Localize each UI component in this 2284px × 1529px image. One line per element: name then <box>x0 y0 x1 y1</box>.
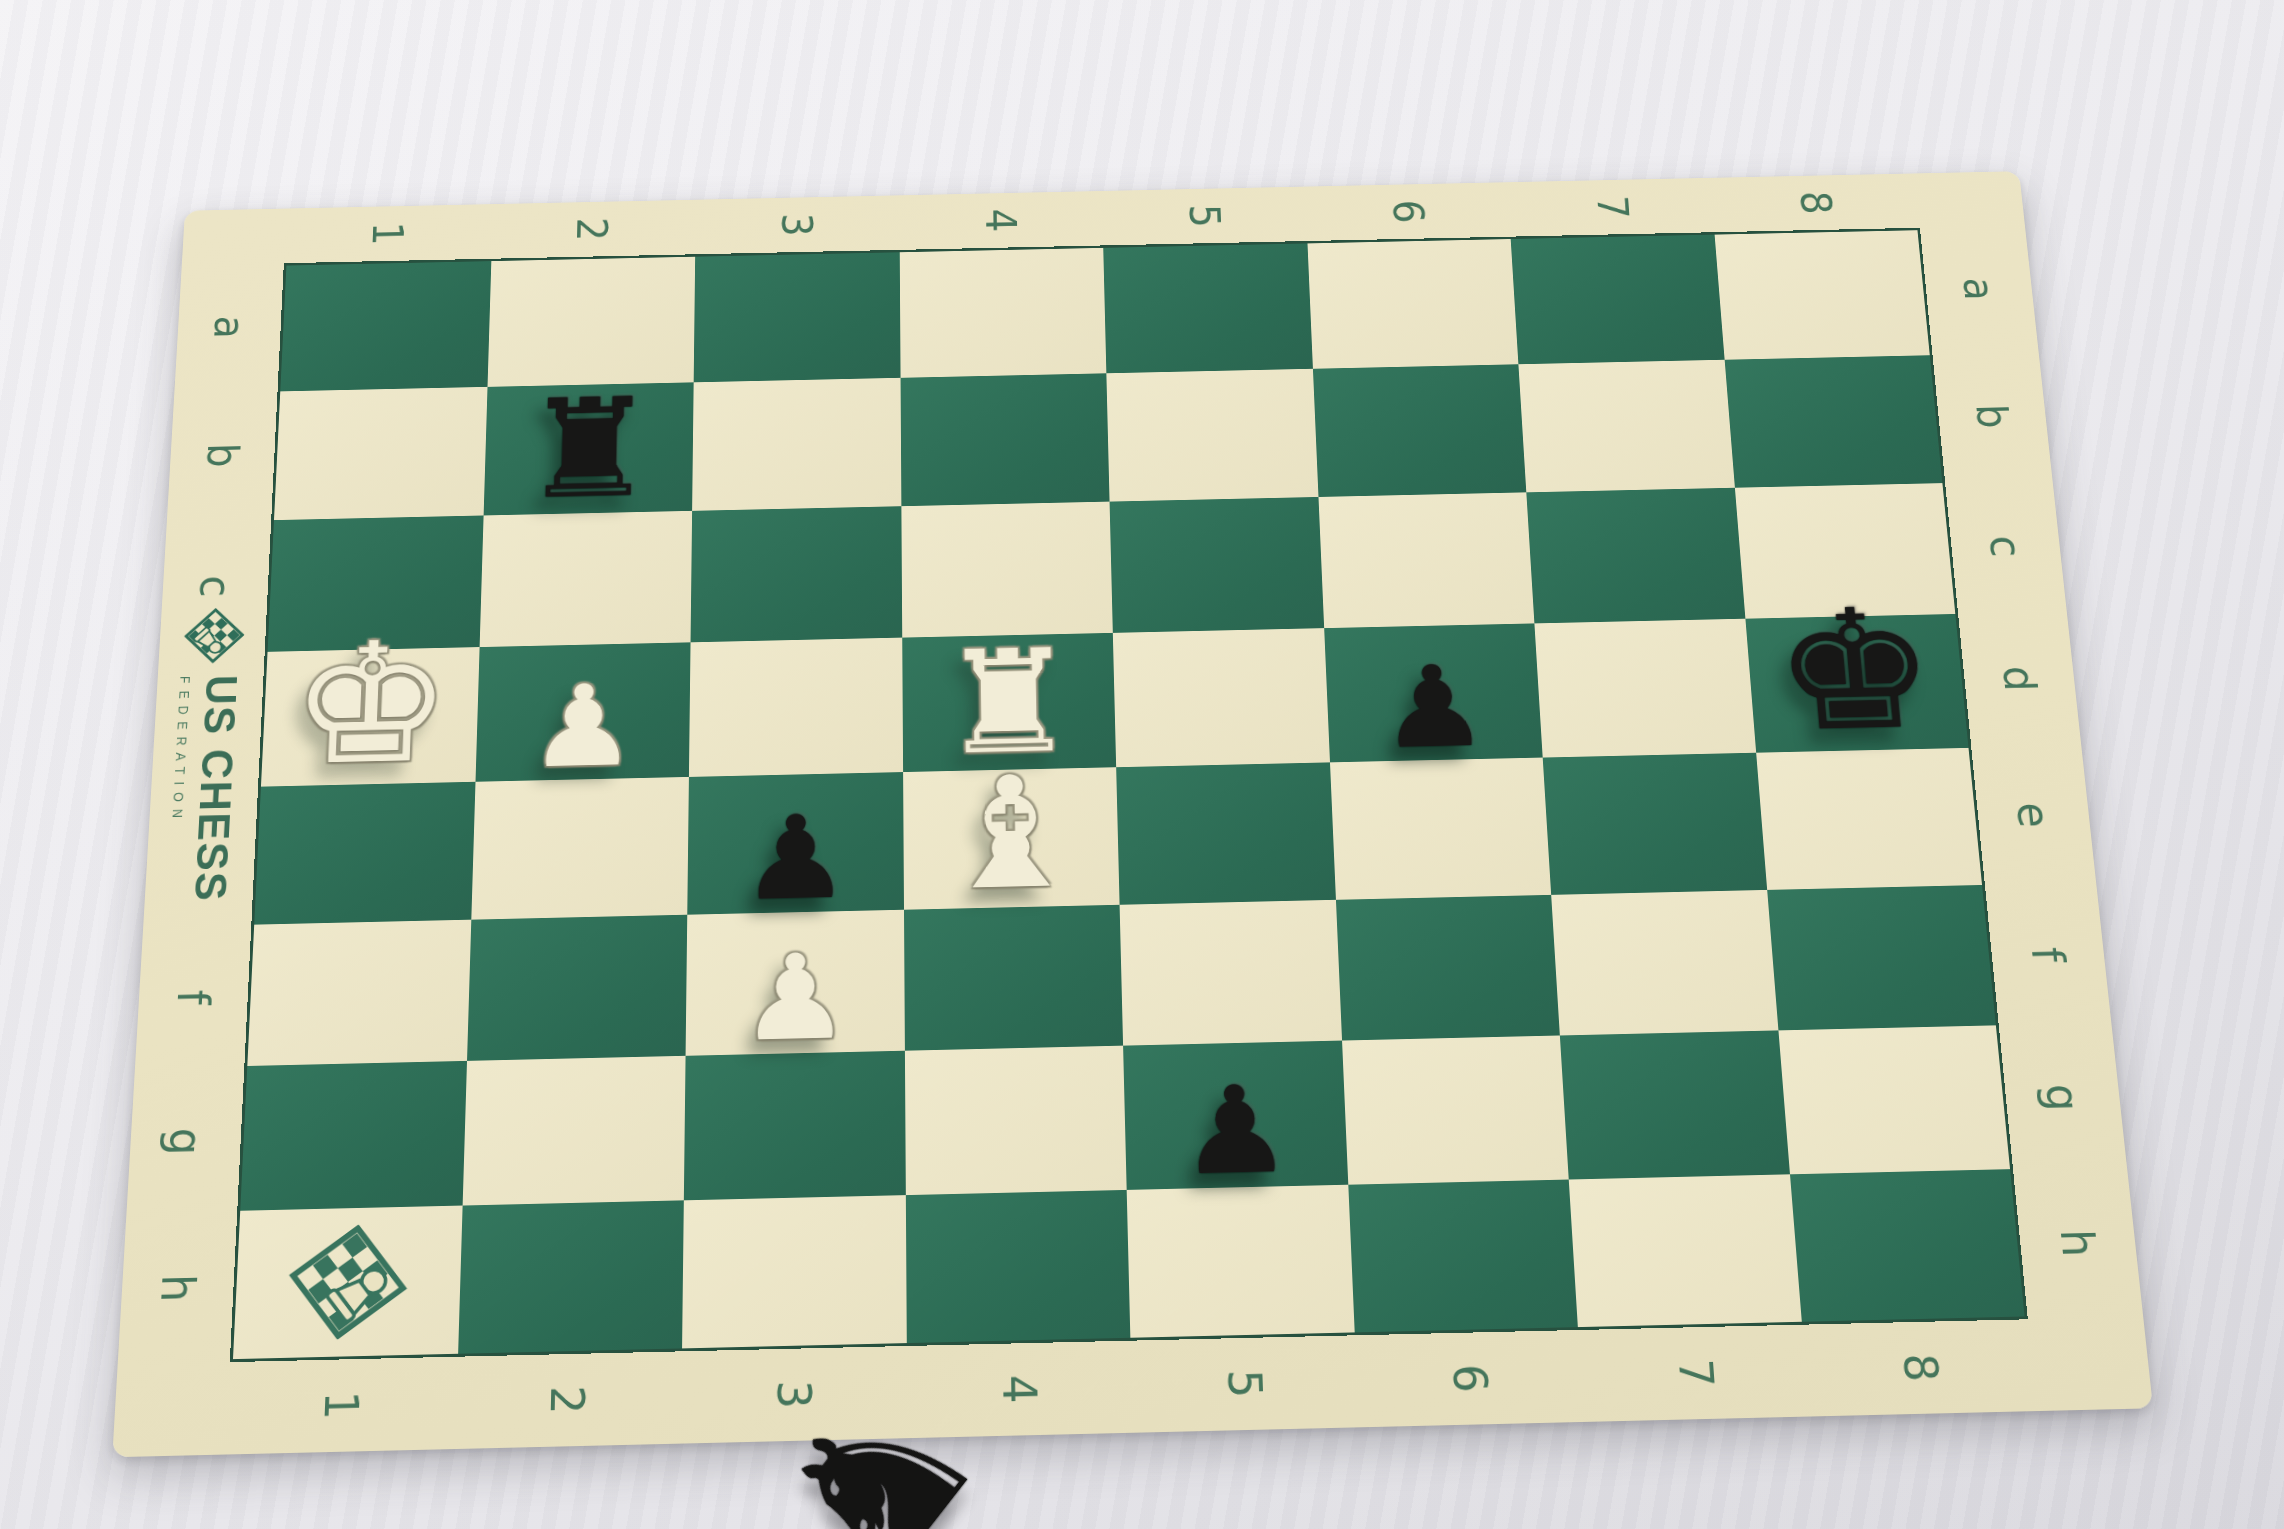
us-chess-diamond-slot <box>183 607 246 664</box>
square-b6[interactable] <box>1312 364 1526 497</box>
photo-scene: 12345678 12345678 abcfgh abcdefgh US CHE… <box>0 0 2284 1529</box>
square-a8[interactable] <box>1714 230 1930 360</box>
playing-area: ♜♚♟♜♟♚♟♝♟♟ <box>230 228 2028 1362</box>
square-e7[interactable] <box>1543 753 1767 895</box>
square-f2[interactable] <box>467 915 688 1061</box>
square-c7[interactable] <box>1526 488 1745 624</box>
square-b4[interactable] <box>900 373 1109 506</box>
us-chess-wordmark-block: US CHESS FEDERATION <box>164 675 248 904</box>
square-d3[interactable] <box>689 638 903 777</box>
square-c6[interactable] <box>1318 492 1534 628</box>
square-g2[interactable] <box>462 1056 685 1206</box>
square-e6[interactable] <box>1330 758 1552 900</box>
square-b7[interactable] <box>1518 360 1734 493</box>
square-g1[interactable] <box>240 1061 466 1211</box>
square-c4[interactable] <box>901 502 1113 638</box>
square-h4[interactable] <box>905 1190 1130 1343</box>
square-b8[interactable] <box>1724 355 1942 487</box>
square-b5[interactable] <box>1106 369 1318 502</box>
square-h3[interactable] <box>682 1195 906 1348</box>
square-g6[interactable] <box>1342 1035 1569 1184</box>
square-g8[interactable] <box>1778 1025 2010 1174</box>
board: ♜♚♟♜♟♚♟♝♟♟ <box>233 230 2025 1359</box>
white-bishop-e4[interactable]: ♝ <box>936 756 1086 913</box>
square-f7[interactable] <box>1551 890 1778 1036</box>
square-g5[interactable]: ♟ <box>1123 1041 1348 1190</box>
square-e8[interactable] <box>1756 748 1982 890</box>
square-a6[interactable] <box>1307 239 1518 369</box>
square-b3[interactable] <box>692 378 901 511</box>
black-king-d8[interactable]: ♚ <box>1768 587 1943 756</box>
us-chess-diamond-icon <box>183 607 246 664</box>
us-chess-diamond-corner-logo <box>252 1215 445 1349</box>
white-king-d1[interactable]: ♚ <box>287 620 455 790</box>
square-b2[interactable]: ♜ <box>483 382 694 515</box>
square-f6[interactable] <box>1335 895 1559 1041</box>
square-e2[interactable] <box>471 777 689 920</box>
square-a3[interactable] <box>694 252 900 382</box>
square-a5[interactable] <box>1103 243 1312 373</box>
square-h1[interactable] <box>233 1206 462 1360</box>
square-a1[interactable] <box>280 261 491 391</box>
square-f8[interactable] <box>1767 885 1996 1030</box>
square-h2[interactable] <box>458 1200 684 1353</box>
square-d5[interactable] <box>1113 628 1330 767</box>
square-d2[interactable]: ♟ <box>475 642 691 781</box>
square-g7[interactable] <box>1560 1030 1790 1179</box>
black-pawn-g5[interactable]: ♟ <box>1177 1070 1294 1193</box>
black-pawn-e3[interactable]: ♟ <box>740 800 851 917</box>
square-a2[interactable] <box>487 257 695 387</box>
square-g3[interactable] <box>684 1051 906 1201</box>
white-pawn-f3[interactable]: ♟ <box>739 938 851 1058</box>
square-d7[interactable] <box>1534 619 1755 758</box>
square-e4[interactable]: ♝ <box>903 767 1120 910</box>
square-a7[interactable] <box>1511 235 1725 365</box>
square-d6[interactable]: ♟ <box>1324 623 1543 762</box>
square-h5[interactable] <box>1127 1185 1355 1338</box>
square-f4[interactable] <box>904 905 1124 1051</box>
square-h6[interactable] <box>1348 1180 1578 1333</box>
black-rook-b2[interactable]: ♜ <box>520 380 657 518</box>
vinyl-chess-mat: 12345678 12345678 abcfgh abcdefgh US CHE… <box>112 171 2153 1457</box>
square-c5[interactable] <box>1110 497 1324 633</box>
square-f1[interactable] <box>247 920 471 1066</box>
square-h8[interactable] <box>1789 1169 2024 1322</box>
square-e1[interactable] <box>254 782 475 925</box>
square-d1[interactable]: ♚ <box>261 647 479 787</box>
square-c2[interactable] <box>479 511 692 647</box>
square-h7[interactable] <box>1569 1174 1802 1327</box>
black-pawn-d6[interactable]: ♟ <box>1376 650 1490 764</box>
square-b1[interactable] <box>274 387 487 520</box>
square-c3[interactable] <box>691 506 902 642</box>
square-e5[interactable] <box>1116 762 1335 904</box>
square-e3[interactable]: ♟ <box>687 772 903 915</box>
square-f5[interactable] <box>1120 900 1342 1046</box>
square-a4[interactable] <box>899 248 1106 378</box>
square-f3[interactable]: ♟ <box>686 910 905 1056</box>
square-d8[interactable]: ♚ <box>1745 614 1969 753</box>
white-pawn-d2[interactable]: ♟ <box>527 669 638 784</box>
square-g4[interactable] <box>904 1046 1126 1195</box>
